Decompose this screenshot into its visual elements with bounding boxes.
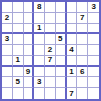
- cell-r9c8[interactable]: [77, 88, 88, 99]
- cell-r7c4[interactable]: [34, 67, 45, 78]
- cell-r1c7[interactable]: [67, 2, 78, 13]
- cell-r8c8[interactable]: [77, 77, 88, 88]
- cell-r5c2[interactable]: [13, 45, 24, 56]
- cell-r8c7[interactable]: [67, 77, 78, 88]
- cell-r2c2[interactable]: [13, 13, 24, 24]
- cell-r2c3[interactable]: [24, 13, 35, 24]
- cell-r1c9-given[interactable]: 3: [88, 2, 99, 13]
- cell-r7c3-given[interactable]: 9: [24, 67, 35, 78]
- cell-r8c9[interactable]: [88, 77, 99, 88]
- cell-r9c4[interactable]: [34, 88, 45, 99]
- cell-r8c3[interactable]: [24, 77, 35, 88]
- cell-r2c1-given[interactable]: 2: [2, 13, 13, 24]
- cell-r2c7[interactable]: [67, 13, 78, 24]
- cell-r3c1[interactable]: [2, 24, 13, 35]
- cell-r4c9[interactable]: [88, 34, 99, 45]
- cell-r6c2-given[interactable]: 1: [13, 56, 24, 67]
- cell-r3c4-given[interactable]: 1: [34, 24, 45, 35]
- cell-r6c7[interactable]: [67, 56, 78, 67]
- cell-r1c2[interactable]: [13, 2, 24, 13]
- cell-r9c7-given[interactable]: 7: [67, 88, 78, 99]
- cell-r5c1[interactable]: [2, 45, 13, 56]
- cell-r7c6[interactable]: [56, 67, 67, 78]
- cell-r1c4-given[interactable]: 8: [34, 2, 45, 13]
- cell-r1c6[interactable]: [56, 2, 67, 13]
- cell-r4c6-given[interactable]: 5: [56, 34, 67, 45]
- cell-r6c4[interactable]: [34, 56, 45, 67]
- cell-r7c5[interactable]: [45, 67, 56, 78]
- cell-r4c1-given[interactable]: 3: [2, 34, 13, 45]
- cell-r4c4[interactable]: [34, 34, 45, 45]
- sudoku-board: 83271352417916537: [0, 0, 101, 101]
- cell-r9c6[interactable]: [56, 88, 67, 99]
- cell-r6c5-given[interactable]: 7: [45, 56, 56, 67]
- cell-r7c8-given[interactable]: 6: [77, 67, 88, 78]
- cell-r4c2[interactable]: [13, 34, 24, 45]
- cell-r2c9[interactable]: [88, 13, 99, 24]
- cell-r7c7-given[interactable]: 1: [67, 67, 78, 78]
- cell-r5c8[interactable]: [77, 45, 88, 56]
- cell-r6c9[interactable]: [88, 56, 99, 67]
- cell-r5c5-given[interactable]: 2: [45, 45, 56, 56]
- cell-r4c8[interactable]: [77, 34, 88, 45]
- cell-r8c4-given[interactable]: 3: [34, 77, 45, 88]
- cell-r3c3[interactable]: [24, 24, 35, 35]
- cell-r3c9[interactable]: [88, 24, 99, 35]
- cell-r7c2[interactable]: [13, 67, 24, 78]
- cell-r4c3[interactable]: [24, 34, 35, 45]
- cell-r9c5[interactable]: [45, 88, 56, 99]
- cell-r4c7[interactable]: [67, 34, 78, 45]
- cell-r8c1[interactable]: [2, 77, 13, 88]
- cell-r2c6[interactable]: [56, 13, 67, 24]
- cell-r9c2[interactable]: [13, 88, 24, 99]
- cell-r7c1[interactable]: [2, 67, 13, 78]
- cell-r4c5[interactable]: [45, 34, 56, 45]
- cell-r6c6[interactable]: [56, 56, 67, 67]
- cell-r3c5[interactable]: [45, 24, 56, 35]
- cell-r5c9[interactable]: [88, 45, 99, 56]
- cell-r2c4[interactable]: [34, 13, 45, 24]
- cell-r9c3[interactable]: [24, 88, 35, 99]
- cell-r6c8[interactable]: [77, 56, 88, 67]
- cell-r5c3[interactable]: [24, 45, 35, 56]
- cell-r8c5[interactable]: [45, 77, 56, 88]
- cell-r5c4[interactable]: [34, 45, 45, 56]
- cell-r9c9[interactable]: [88, 88, 99, 99]
- cell-r1c8[interactable]: [77, 2, 88, 13]
- cell-r1c1[interactable]: [2, 2, 13, 13]
- cell-r8c6[interactable]: [56, 77, 67, 88]
- cell-r6c3[interactable]: [24, 56, 35, 67]
- cell-r9c1[interactable]: [2, 88, 13, 99]
- cell-r5c6[interactable]: [56, 45, 67, 56]
- cell-r1c3[interactable]: [24, 2, 35, 13]
- cell-r3c2[interactable]: [13, 24, 24, 35]
- cell-r8c2-given[interactable]: 5: [13, 77, 24, 88]
- cell-r3c6[interactable]: [56, 24, 67, 35]
- cell-r2c5[interactable]: [45, 13, 56, 24]
- cell-r2c8-given[interactable]: 7: [77, 13, 88, 24]
- cell-r7c9[interactable]: [88, 67, 99, 78]
- cell-r6c1[interactable]: [2, 56, 13, 67]
- cell-r3c8[interactable]: [77, 24, 88, 35]
- cell-r5c7-given[interactable]: 4: [67, 45, 78, 56]
- cell-r1c5[interactable]: [45, 2, 56, 13]
- cell-r3c7[interactable]: [67, 24, 78, 35]
